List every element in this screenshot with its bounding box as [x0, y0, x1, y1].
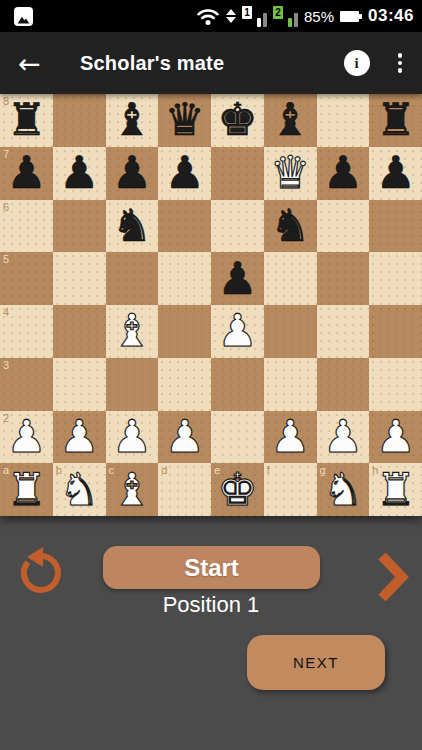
square-f3[interactable] [264, 358, 317, 411]
square-h3[interactable] [369, 358, 422, 411]
chess-board: 8♜♝♛♚♝♜7♟♟♟♟♛♟♟6♞♞5♟4♝♟32♟♟♟♟♟♟♟a♜b♞c♝de… [0, 94, 422, 516]
photo-icon-glyph [16, 11, 31, 26]
square-b5[interactable] [53, 252, 106, 305]
square-h6[interactable] [369, 200, 422, 253]
square-c1[interactable]: c♝ [106, 463, 159, 516]
square-f4[interactable] [264, 305, 317, 358]
coordinate-label: 6 [3, 201, 9, 213]
square-h2[interactable]: ♟ [369, 411, 422, 464]
coordinate-label: h [372, 464, 378, 476]
square-c3[interactable] [106, 358, 159, 411]
piece-white-bishop[interactable]: ♝ [112, 305, 152, 357]
piece-black-pawn[interactable]: ♟ [59, 147, 99, 199]
square-h4[interactable] [369, 305, 422, 358]
coordinate-label: g [320, 464, 326, 476]
square-g5[interactable] [317, 252, 370, 305]
app-bar-actions: i [344, 49, 409, 77]
square-c7[interactable]: ♟ [106, 147, 159, 200]
sim2-signal-icon: 2 [273, 6, 298, 27]
back-button[interactable]: ← [18, 50, 52, 77]
wifi-icon [196, 7, 220, 26]
piece-white-rook[interactable]: ♜ [6, 464, 46, 516]
info-icon: i [354, 55, 358, 72]
square-c6[interactable]: ♞ [106, 200, 159, 253]
square-h5[interactable] [369, 252, 422, 305]
square-b7[interactable]: ♟ [53, 147, 106, 200]
square-a4[interactable]: 4 [0, 305, 53, 358]
piece-black-pawn[interactable]: ♟ [375, 147, 415, 199]
clock: 03:46 [368, 6, 414, 26]
piece-white-pawn[interactable]: ♟ [6, 411, 46, 463]
piece-white-pawn[interactable]: ♟ [164, 411, 204, 463]
square-b3[interactable] [53, 358, 106, 411]
bottom-panel: Start Position 1 NEXT [0, 516, 422, 750]
square-b1[interactable]: b♞ [53, 463, 106, 516]
photo-icon [14, 7, 33, 26]
piece-black-knight[interactable]: ♞ [112, 200, 152, 252]
square-h7[interactable]: ♟ [369, 147, 422, 200]
next-button[interactable]: NEXT [247, 635, 385, 690]
piece-black-king[interactable]: ♚ [217, 94, 257, 146]
square-d3[interactable] [158, 358, 211, 411]
square-h1[interactable]: h♜ [369, 463, 422, 516]
status-bar: 1 2 85% 03:46 [0, 0, 422, 32]
piece-white-pawn[interactable]: ♟ [323, 411, 363, 463]
square-c4[interactable]: ♝ [106, 305, 159, 358]
coordinate-label: f [267, 464, 270, 476]
piece-white-bishop[interactable]: ♝ [112, 464, 152, 516]
coordinate-label: 3 [3, 359, 9, 371]
piece-black-rook[interactable]: ♜ [6, 94, 46, 146]
square-d4[interactable] [158, 305, 211, 358]
position-label: Position 1 [0, 592, 422, 618]
square-f1[interactable]: f [264, 463, 317, 516]
square-e6[interactable] [211, 200, 264, 253]
piece-white-pawn[interactable]: ♟ [270, 411, 310, 463]
square-d1[interactable]: d [158, 463, 211, 516]
square-e3[interactable] [211, 358, 264, 411]
piece-black-bishop[interactable]: ♝ [112, 94, 152, 146]
square-g2[interactable]: ♟ [317, 411, 370, 464]
kebab-menu-icon [398, 53, 403, 73]
square-a1[interactable]: a♜ [0, 463, 53, 516]
square-c5[interactable] [106, 252, 159, 305]
square-b6[interactable] [53, 200, 106, 253]
next-position-button[interactable] [374, 550, 412, 606]
undo-icon [17, 542, 65, 596]
square-a7[interactable]: 7♟ [0, 147, 53, 200]
square-f8[interactable]: ♝ [264, 94, 317, 147]
piece-white-rook[interactable]: ♜ [375, 464, 415, 516]
square-f7[interactable]: ♛ [264, 147, 317, 200]
square-d5[interactable] [158, 252, 211, 305]
piece-black-bishop[interactable]: ♝ [270, 94, 310, 146]
status-right: 1 2 85% 03:46 [196, 6, 414, 27]
piece-white-pawn[interactable]: ♟ [375, 411, 415, 463]
piece-black-pawn[interactable]: ♟ [164, 147, 204, 199]
square-e2[interactable] [211, 411, 264, 464]
coordinate-label: b [56, 464, 62, 476]
square-f2[interactable]: ♟ [264, 411, 317, 464]
sim1-badge: 1 [242, 6, 252, 19]
coordinate-label: e [214, 464, 220, 476]
square-e5[interactable]: ♟ [211, 252, 264, 305]
start-button[interactable]: Start [103, 546, 320, 589]
piece-white-knight[interactable]: ♞ [323, 464, 363, 516]
piece-black-pawn[interactable]: ♟ [323, 147, 363, 199]
square-c8[interactable]: ♝ [106, 94, 159, 147]
page-title: Scholar's mate [80, 52, 344, 75]
square-f5[interactable] [264, 252, 317, 305]
piece-black-knight[interactable]: ♞ [270, 200, 310, 252]
piece-black-rook[interactable]: ♜ [375, 94, 415, 146]
square-a6[interactable]: 6 [0, 200, 53, 253]
coordinate-label: c [109, 464, 115, 476]
square-d8[interactable]: ♛ [158, 94, 211, 147]
piece-black-queen[interactable]: ♛ [164, 94, 204, 146]
square-a5[interactable]: 5 [0, 252, 53, 305]
sim2-badge: 2 [273, 6, 283, 19]
coordinate-label: 7 [3, 148, 9, 160]
square-e4[interactable]: ♟ [211, 305, 264, 358]
coordinate-label: 4 [3, 306, 9, 318]
updown-arrows-icon [226, 9, 236, 23]
piece-white-knight[interactable]: ♞ [59, 464, 99, 516]
piece-white-pawn[interactable]: ♟ [59, 411, 99, 463]
piece-white-queen[interactable]: ♛ [270, 147, 310, 199]
square-g6[interactable] [317, 200, 370, 253]
coordinate-label: 5 [3, 253, 9, 265]
square-d6[interactable] [158, 200, 211, 253]
battery-percent: 85% [304, 8, 334, 25]
square-g8[interactable] [317, 94, 370, 147]
square-g4[interactable] [317, 305, 370, 358]
square-b8[interactable] [53, 94, 106, 147]
coordinate-label: a [3, 464, 9, 476]
piece-black-pawn[interactable]: ♟ [112, 147, 152, 199]
menu-button[interactable] [392, 49, 409, 77]
square-e7[interactable] [211, 147, 264, 200]
coordinate-label: 2 [3, 412, 9, 424]
piece-black-pawn[interactable]: ♟ [217, 253, 257, 305]
square-e1[interactable]: e♚ [211, 463, 264, 516]
chevron-right-icon [376, 551, 410, 603]
square-a8[interactable]: 8♜ [0, 94, 53, 147]
piece-black-pawn[interactable]: ♟ [6, 147, 46, 199]
info-button[interactable]: i [344, 50, 370, 76]
square-d7[interactable]: ♟ [158, 147, 211, 200]
undo-button[interactable] [14, 540, 68, 600]
status-left [8, 7, 33, 26]
square-b2[interactable]: ♟ [53, 411, 106, 464]
back-arrow-icon: ← [18, 48, 41, 79]
square-g3[interactable] [317, 358, 370, 411]
square-g1[interactable]: g♞ [317, 463, 370, 516]
battery-icon [340, 11, 362, 22]
square-g7[interactable]: ♟ [317, 147, 370, 200]
square-a2[interactable]: 2♟ [0, 411, 53, 464]
phone-screen: 1 2 85% 03:46 ← Schol [0, 0, 422, 750]
app-bar: ← Scholar's mate i [0, 32, 422, 94]
square-b4[interactable] [53, 305, 106, 358]
square-h8[interactable]: ♜ [369, 94, 422, 147]
piece-white-pawn[interactable]: ♟ [217, 305, 257, 357]
coordinate-label: 8 [3, 95, 9, 107]
square-f6[interactable]: ♞ [264, 200, 317, 253]
square-d2[interactable]: ♟ [158, 411, 211, 464]
coordinate-label: d [161, 464, 167, 476]
sim1-signal-icon: 1 [242, 6, 267, 27]
square-e8[interactable]: ♚ [211, 94, 264, 147]
piece-white-king[interactable]: ♚ [217, 464, 257, 516]
piece-white-pawn[interactable]: ♟ [112, 411, 152, 463]
square-a3[interactable]: 3 [0, 358, 53, 411]
square-c2[interactable]: ♟ [106, 411, 159, 464]
